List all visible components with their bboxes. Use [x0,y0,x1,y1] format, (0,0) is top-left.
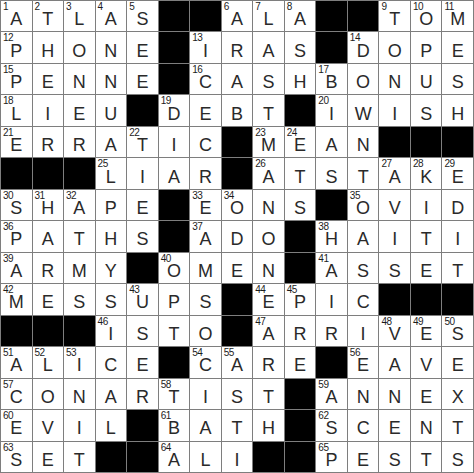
letter-cell[interactable]: 20I [316,95,347,125]
letter-cell[interactable]: 14D [348,32,379,62]
cell-letter: H [253,418,284,439]
cell-letter: R [253,355,284,376]
cell-letter: A [33,229,64,250]
letter-cell[interactable]: 64A [159,442,190,472]
letter-cell[interactable]: H [285,64,316,94]
letter-cell[interactable]: S [379,253,410,283]
letter-cell[interactable]: N [64,379,95,409]
letter-cell[interactable]: R [253,347,284,377]
cell-letter: T [127,135,158,156]
block-cell [442,284,473,314]
letter-cell[interactable]: 42M [1,284,32,314]
letter-cell[interactable]: R [64,127,95,157]
letter-cell[interactable]: S [285,190,316,220]
letter-cell[interactable]: 47A [253,316,284,346]
letter-cell[interactable]: H [96,221,127,251]
letter-cell[interactable]: 22T [127,127,158,157]
cell-letter: H [33,40,64,61]
letter-cell[interactable]: 55A [222,347,253,377]
cell-letter: E [442,355,473,376]
letter-cell[interactable]: 38H [316,221,347,251]
letter-cell[interactable]: 54C [190,347,221,377]
letter-cell[interactable]: I [348,316,379,346]
letter-cell[interactable]: I [411,190,442,220]
cell-letter: H [96,229,127,250]
letter-cell[interactable]: S [190,284,221,314]
block-cell [285,253,316,283]
cell-letter: I [96,324,127,345]
letter-cell[interactable]: 41A [316,253,347,283]
letter-cell[interactable]: 65P [316,442,347,472]
letter-cell[interactable]: S [64,284,95,314]
block-cell [127,253,158,283]
cell-letter: E [127,40,158,61]
letter-cell[interactable]: 6A [222,1,253,31]
letter-cell[interactable]: E [127,347,158,377]
letter-cell[interactable]: N [253,253,284,283]
cell-letter: T [222,418,253,439]
letter-cell[interactable]: 45P [285,284,316,314]
block-cell [316,347,347,377]
cell-letter: M [1,292,32,313]
letter-cell[interactable]: S [379,442,410,472]
cell-letter: N [348,387,379,408]
letter-cell[interactable]: 34O [222,190,253,220]
cell-letter: O [33,387,64,408]
letter-cell[interactable]: A [33,221,64,251]
letter-cell[interactable]: A [253,32,284,62]
letter-cell[interactable]: E [285,347,316,377]
cell-letter: A [159,166,190,187]
letter-cell[interactable]: C [348,410,379,440]
cell-letter: N [253,198,284,219]
letter-cell[interactable]: S [96,284,127,314]
cell-letter: S [348,261,379,282]
letter-cell[interactable]: 12P [1,32,32,62]
letter-cell[interactable]: 4A [96,1,127,31]
cell-letter: A [222,355,253,376]
letter-cell[interactable]: I [127,158,158,188]
cell-letter: L [1,103,32,124]
letter-cell[interactable]: D [442,190,473,220]
letter-cell[interactable]: 21E [1,127,32,157]
letter-cell[interactable]: 23M [253,127,284,157]
letter-cell[interactable]: 31H [33,190,64,220]
letter-cell[interactable]: A [348,221,379,251]
letter-cell[interactable]: 44E [253,284,284,314]
letter-cell[interactable]: P [411,32,442,62]
cell-letter: K [411,166,442,187]
letter-cell[interactable]: 56E [348,347,379,377]
block-cell [159,190,190,220]
letter-cell[interactable]: T [442,410,473,440]
letter-cell[interactable]: 52L [33,347,64,377]
block-cell [1,158,32,188]
block-cell [1,316,32,346]
letter-cell[interactable]: N [348,379,379,409]
letter-cell[interactable]: I [442,221,473,251]
cell-letter: D [442,198,473,219]
letter-cell[interactable]: A [222,64,253,94]
letter-cell[interactable]: O [379,32,410,62]
letter-cell[interactable]: 11M [442,1,473,31]
block-cell [285,410,316,440]
cell-letter: A [316,135,347,156]
letter-cell[interactable]: A [96,127,127,157]
letter-cell[interactable]: A [96,379,127,409]
cell-letter: A [253,166,284,187]
letter-cell[interactable]: T [159,316,190,346]
cell-letter: N [96,40,127,61]
cell-letter: L [253,9,284,30]
letter-cell[interactable]: A [159,158,190,188]
letter-cell[interactable]: 53I [64,347,95,377]
letter-cell[interactable]: T [442,253,473,283]
letter-cell[interactable]: 30S [1,190,32,220]
cell-letter: S [190,292,221,313]
letter-cell[interactable]: 15P [1,64,32,94]
cell-letter: S [285,198,316,219]
letter-cell[interactable]: 10O [411,1,442,31]
letter-cell[interactable]: 58T [159,379,190,409]
letter-cell[interactable]: I [64,410,95,440]
letter-cell[interactable]: S [316,158,347,188]
letter-cell[interactable]: 32A [64,190,95,220]
cell-letter: R [190,166,221,187]
cell-letter: S [1,450,32,471]
letter-cell[interactable]: 18L [1,95,32,125]
letter-cell[interactable]: E [348,442,379,472]
letter-cell[interactable]: X [442,379,473,409]
letter-cell[interactable]: 62S [316,410,347,440]
block-cell [379,284,410,314]
cell-letter: N [348,135,379,156]
letter-cell[interactable]: 25L [96,158,127,188]
cell-letter: V [33,418,64,439]
cell-letter: O [64,40,95,61]
letter-cell[interactable]: 49E [411,316,442,346]
letter-cell[interactable]: 48V [379,316,410,346]
letter-cell[interactable]: T [285,158,316,188]
letter-cell[interactable]: 50S [442,316,473,346]
block-cell [316,32,347,62]
letter-cell[interactable]: S [411,95,442,125]
letter-cell[interactable]: S [442,64,473,94]
letter-cell[interactable]: R [190,158,221,188]
cell-letter: D [222,229,253,250]
letter-cell[interactable]: 35O [348,190,379,220]
letter-cell[interactable]: 1A [1,1,32,31]
cell-letter: T [442,418,473,439]
letter-cell[interactable]: 8A [285,1,316,31]
letter-cell[interactable]: L [190,442,221,472]
letter-cell[interactable]: 51A [1,347,32,377]
letter-cell[interactable]: N [348,127,379,157]
letter-cell[interactable]: E [411,379,442,409]
letter-cell[interactable]: H [253,410,284,440]
cell-letter: N [64,72,95,93]
letter-cell[interactable]: I [33,95,64,125]
letter-cell[interactable]: 28K [411,158,442,188]
letter-cell[interactable]: R [127,379,158,409]
cell-letter: Y [96,261,127,282]
letter-cell[interactable]: 16C [190,64,221,94]
letter-cell[interactable]: V [33,410,64,440]
letter-cell[interactable]: V [411,347,442,377]
cell-letter: E [33,292,64,313]
letter-cell[interactable]: N [379,64,410,94]
cell-letter: N [379,72,410,93]
letter-cell[interactable]: V [379,190,410,220]
cell-letter: M [190,261,221,282]
cell-letter: E [1,418,32,439]
letter-cell[interactable]: T [411,221,442,251]
letter-cell[interactable]: C [96,347,127,377]
cell-letter: A [379,355,410,376]
letter-cell[interactable]: E [64,95,95,125]
cell-letter: E [285,135,316,156]
letter-cell[interactable]: S [253,64,284,94]
letter-cell[interactable]: A [316,127,347,157]
block-cell [285,221,316,251]
letter-cell[interactable]: E [127,32,158,62]
cell-letter: S [379,261,410,282]
letter-cell[interactable]: 27A [379,158,410,188]
letter-cell[interactable]: N [379,379,410,409]
letter-cell[interactable]: S [222,379,253,409]
cell-letter: S [442,324,473,345]
cell-letter: O [348,198,379,219]
letter-cell[interactable]: 5S [127,1,158,31]
letter-cell[interactable]: 57C [1,379,32,409]
letter-cell[interactable]: E [33,64,64,94]
letter-cell[interactable]: R [222,32,253,62]
cell-letter: T [285,166,316,187]
cell-letter: I [348,324,379,345]
cell-letter: E [253,292,284,313]
letter-cell[interactable]: N [253,190,284,220]
letter-cell[interactable]: 40O [159,253,190,283]
letter-cell[interactable]: 61B [159,410,190,440]
cell-letter: C [348,418,379,439]
block-cell [316,190,347,220]
letter-cell[interactable]: 46I [96,316,127,346]
cell-letter: N [411,418,442,439]
cell-letter: A [96,135,127,156]
cell-letter: P [159,292,190,313]
cell-letter: B [222,103,253,124]
block-cell [64,316,95,346]
cell-letter: O [253,229,284,250]
letter-cell[interactable]: U [411,64,442,94]
cell-letter: E [1,135,32,156]
cell-letter: S [127,324,158,345]
letter-cell[interactable]: N [64,64,95,94]
letter-cell[interactable]: R [33,253,64,283]
letter-cell[interactable]: 9T [379,1,410,31]
cell-letter: A [253,324,284,345]
block-cell [159,221,190,251]
letter-cell[interactable]: 59A [316,379,347,409]
block-cell [127,442,158,472]
letter-cell[interactable]: I [222,442,253,472]
letter-cell[interactable]: 13I [190,32,221,62]
cell-letter: T [253,103,284,124]
cell-letter: E [190,103,221,124]
letter-cell[interactable]: E [33,442,64,472]
letter-cell[interactable]: E [33,284,64,314]
letter-cell[interactable]: S [442,442,473,472]
letter-cell[interactable]: E [411,253,442,283]
cell-letter: M [253,135,284,156]
letter-cell[interactable]: T [411,442,442,472]
block-cell [379,127,410,157]
letter-cell[interactable]: I [379,221,410,251]
letter-cell[interactable]: C [190,127,221,157]
letter-cell[interactable]: O [253,221,284,251]
letter-cell[interactable]: T [222,410,253,440]
letter-cell[interactable]: O [64,32,95,62]
block-cell [190,1,221,31]
letter-cell[interactable]: L [96,410,127,440]
letter-cell[interactable]: C [348,284,379,314]
letter-cell[interactable]: P [96,190,127,220]
cell-letter: L [96,418,127,439]
crossword-grid: 1A2T3L4A5S6A7L8A9T10O11M12PHONE13IRAS14D… [0,0,474,473]
letter-cell[interactable]: I [159,127,190,157]
letter-cell[interactable]: 19D [159,95,190,125]
cell-letter: O [190,324,221,345]
block-cell [96,442,127,472]
cell-letter: T [379,9,410,30]
cell-letter: I [379,103,410,124]
letter-cell[interactable]: T [64,221,95,251]
letter-cell[interactable]: 17B [316,64,347,94]
letter-cell[interactable]: O [190,316,221,346]
letter-cell[interactable]: N [96,32,127,62]
letter-cell[interactable]: 33E [190,190,221,220]
letter-cell[interactable]: E [190,95,221,125]
cell-letter: T [64,450,95,471]
cell-letter: S [253,72,284,93]
cell-letter: N [64,387,95,408]
letter-cell[interactable]: 26A [253,158,284,188]
cell-letter: P [411,40,442,61]
letter-cell[interactable]: 29E [442,158,473,188]
cell-letter: A [316,261,347,282]
letter-cell[interactable]: A [379,347,410,377]
letter-cell[interactable]: D [222,221,253,251]
letter-cell[interactable]: E [442,32,473,62]
letter-cell[interactable]: 63S [1,442,32,472]
letter-cell[interactable]: R [285,316,316,346]
letter-cell[interactable]: S [127,221,158,251]
cell-letter: I [222,450,253,471]
cell-letter: S [411,103,442,124]
letter-cell[interactable]: P [159,284,190,314]
letter-cell[interactable]: E [222,253,253,283]
cell-letter: S [127,229,158,250]
letter-cell[interactable]: T [348,158,379,188]
letter-cell[interactable]: S [348,253,379,283]
letter-cell[interactable]: 7L [253,1,284,31]
letter-cell[interactable]: E [127,190,158,220]
cell-letter: E [64,103,95,124]
letter-cell[interactable]: 43U [127,284,158,314]
cell-letter: T [253,387,284,408]
cell-letter: A [316,387,347,408]
cell-letter: R [64,135,95,156]
letter-cell[interactable]: A [190,410,221,440]
letter-cell[interactable]: S [285,32,316,62]
letter-cell[interactable]: O [348,64,379,94]
cell-letter: P [96,198,127,219]
cell-letter: B [159,418,190,439]
letter-cell[interactable]: I [316,284,347,314]
letter-cell[interactable]: N [96,64,127,94]
cell-letter: S [96,292,127,313]
letter-cell[interactable]: I [190,379,221,409]
cell-letter: O [411,9,442,30]
letter-cell[interactable]: O [33,379,64,409]
cell-letter: R [285,324,316,345]
letter-cell[interactable]: T [253,379,284,409]
letter-cell[interactable]: R [316,316,347,346]
letter-cell[interactable]: 2T [33,1,64,31]
cell-letter: L [33,355,64,376]
block-cell [222,316,253,346]
cell-letter: E [442,40,473,61]
letter-cell[interactable]: B [222,95,253,125]
letter-cell[interactable]: U [96,95,127,125]
cell-letter: S [379,450,410,471]
letter-cell[interactable]: E [442,347,473,377]
letter-cell[interactable]: 36P [1,221,32,251]
letter-cell[interactable]: N [411,410,442,440]
letter-cell[interactable]: E [379,410,410,440]
cell-letter: U [127,292,158,313]
cell-letter: I [64,418,95,439]
letter-cell[interactable]: T [64,442,95,472]
cell-letter: S [222,387,253,408]
letter-cell[interactable]: R [33,127,64,157]
letter-cell[interactable]: 39A [1,253,32,283]
letter-cell[interactable]: S [127,316,158,346]
block-cell [285,442,316,472]
letter-cell[interactable]: Y [96,253,127,283]
cell-letter: I [379,229,410,250]
block-cell [222,158,253,188]
letter-cell[interactable]: 60E [1,410,32,440]
letter-cell[interactable]: E [127,64,158,94]
block-cell [33,316,64,346]
cell-letter: I [190,387,221,408]
block-cell [159,64,190,94]
letter-cell[interactable]: H [33,32,64,62]
letter-cell[interactable]: H [442,95,473,125]
letter-cell[interactable]: 24E [285,127,316,157]
letter-cell[interactable]: W [348,95,379,125]
letter-cell[interactable]: T [253,95,284,125]
letter-cell[interactable]: 3L [64,1,95,31]
cell-letter: C [190,355,221,376]
block-cell [285,379,316,409]
letter-cell[interactable]: M [190,253,221,283]
cell-letter: E [379,418,410,439]
letter-cell[interactable]: 37A [190,221,221,251]
letter-cell[interactable]: M [64,253,95,283]
letter-cell[interactable]: I [379,95,410,125]
